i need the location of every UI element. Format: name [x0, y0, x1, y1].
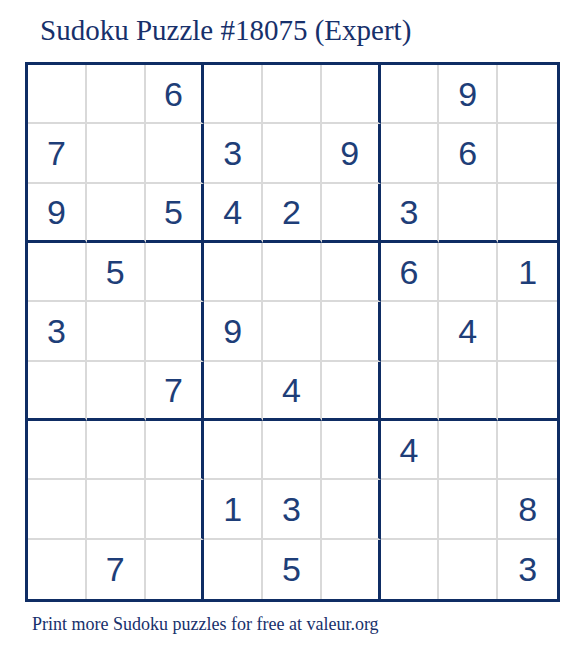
- cell-r6c9: [498, 362, 557, 421]
- cell-r3c2: [87, 184, 146, 243]
- cell-r9c1: [28, 540, 87, 599]
- cell-r1c2: [87, 65, 146, 124]
- cell-r6c2: [87, 362, 146, 421]
- cell-r5c1: 3: [28, 302, 87, 361]
- cell-r8c8: [439, 480, 498, 539]
- cell-r3c6: [322, 184, 381, 243]
- cell-r5c9: [498, 302, 557, 361]
- cell-r7c5: [263, 421, 322, 480]
- cell-r9c4: [204, 540, 263, 599]
- cell-r1c6: [322, 65, 381, 124]
- cell-r2c1: 7: [28, 124, 87, 183]
- cell-r8c1: [28, 480, 87, 539]
- cell-r2c3: [146, 124, 205, 183]
- cell-r7c9: [498, 421, 557, 480]
- cell-r4c6: [322, 243, 381, 302]
- cell-r9c8: [439, 540, 498, 599]
- cell-r8c4: 1: [204, 480, 263, 539]
- cell-r2c4: 3: [204, 124, 263, 183]
- cell-r4c2: 5: [87, 243, 146, 302]
- cell-r5c4: 9: [204, 302, 263, 361]
- cell-r3c1: 9: [28, 184, 87, 243]
- cell-r5c2: [87, 302, 146, 361]
- cell-r8c5: 3: [263, 480, 322, 539]
- cell-r2c6: 9: [322, 124, 381, 183]
- cell-r8c2: [87, 480, 146, 539]
- cell-r4c4: [204, 243, 263, 302]
- cell-r2c5: [263, 124, 322, 183]
- cell-r1c7: [381, 65, 440, 124]
- cell-r5c6: [322, 302, 381, 361]
- cell-r3c9: [498, 184, 557, 243]
- cell-r2c9: [498, 124, 557, 183]
- cell-r3c8: [439, 184, 498, 243]
- cell-r4c1: [28, 243, 87, 302]
- cell-r1c9: [498, 65, 557, 124]
- cell-r8c7: [381, 480, 440, 539]
- cell-r9c9: 3: [498, 540, 557, 599]
- cell-r1c8: 9: [439, 65, 498, 124]
- cell-r3c7: 3: [381, 184, 440, 243]
- cell-r6c1: [28, 362, 87, 421]
- cell-r4c5: [263, 243, 322, 302]
- cell-r7c7: 4: [381, 421, 440, 480]
- cell-r7c1: [28, 421, 87, 480]
- cell-r4c9: 1: [498, 243, 557, 302]
- cell-r2c8: 6: [439, 124, 498, 183]
- cell-r4c3: [146, 243, 205, 302]
- cell-r5c7: [381, 302, 440, 361]
- cell-r6c5: 4: [263, 362, 322, 421]
- cell-r8c3: [146, 480, 205, 539]
- cell-r8c6: [322, 480, 381, 539]
- cell-r3c5: 2: [263, 184, 322, 243]
- cell-r6c7: [381, 362, 440, 421]
- cell-r7c8: [439, 421, 498, 480]
- cell-r5c8: 4: [439, 302, 498, 361]
- cell-r4c8: [439, 243, 498, 302]
- cell-r8c9: 8: [498, 480, 557, 539]
- cell-r1c1: [28, 65, 87, 124]
- cell-r5c5: [263, 302, 322, 361]
- cell-r7c6: [322, 421, 381, 480]
- cell-r3c3: 5: [146, 184, 205, 243]
- page-title: Sudoku Puzzle #18075 (Expert): [40, 14, 411, 47]
- cell-r2c2: [87, 124, 146, 183]
- footer-text: Print more Sudoku puzzles for free at va…: [32, 614, 379, 635]
- cell-r9c2: 7: [87, 540, 146, 599]
- cell-r1c3: 6: [146, 65, 205, 124]
- cell-r6c6: [322, 362, 381, 421]
- cell-r9c5: 5: [263, 540, 322, 599]
- cell-r9c3: [146, 540, 205, 599]
- page: Sudoku Puzzle #18075 (Expert) 6973969542…: [0, 0, 580, 651]
- cell-r6c3: 7: [146, 362, 205, 421]
- cell-r4c7: 6: [381, 243, 440, 302]
- cell-r7c4: [204, 421, 263, 480]
- cell-r5c3: [146, 302, 205, 361]
- cell-r6c4: [204, 362, 263, 421]
- cell-r1c4: [204, 65, 263, 124]
- cell-r1c5: [263, 65, 322, 124]
- cell-r2c7: [381, 124, 440, 183]
- cell-r6c8: [439, 362, 498, 421]
- cell-r9c7: [381, 540, 440, 599]
- cell-r7c3: [146, 421, 205, 480]
- sudoku-grid: 69739695423561394744138753: [25, 62, 560, 602]
- cell-r9c6: [322, 540, 381, 599]
- cell-r3c4: 4: [204, 184, 263, 243]
- cell-r7c2: [87, 421, 146, 480]
